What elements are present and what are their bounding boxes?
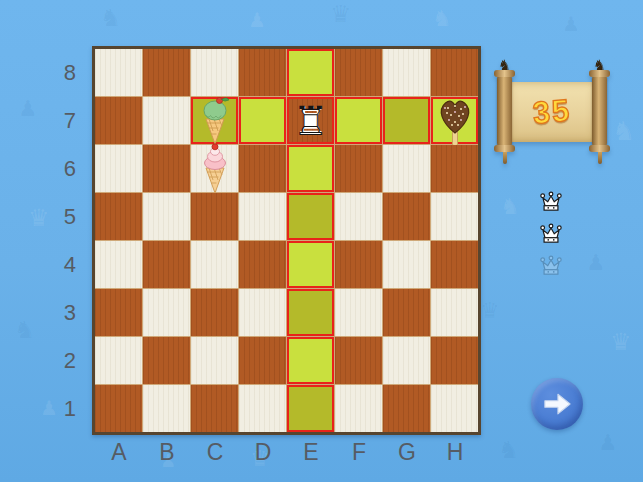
scroll-roller-right: ♞ xyxy=(592,74,607,148)
square-g1[interactable] xyxy=(383,385,430,432)
square-h7[interactable] xyxy=(431,97,478,144)
square-a5[interactable] xyxy=(95,193,142,240)
square-h1[interactable] xyxy=(431,385,478,432)
square-h4[interactable] xyxy=(431,241,478,288)
wallpaper-piece-icon: ♛ xyxy=(610,330,632,354)
file-label-a: A xyxy=(95,439,143,466)
file-label-c: C xyxy=(191,439,239,466)
score-value: 35 xyxy=(507,78,598,145)
file-labels: ABCDEFGH xyxy=(95,439,479,466)
square-c2[interactable] xyxy=(191,337,238,384)
square-f2[interactable] xyxy=(335,337,382,384)
square-e1[interactable] xyxy=(287,385,334,432)
square-c4[interactable] xyxy=(191,241,238,288)
rank-label-2: 2 xyxy=(46,337,80,385)
square-c3[interactable] xyxy=(191,289,238,336)
square-g8[interactable] xyxy=(383,49,430,96)
square-h3[interactable] xyxy=(431,289,478,336)
square-f3[interactable] xyxy=(335,289,382,336)
rank-label-6: 6 xyxy=(46,145,80,193)
square-g5[interactable] xyxy=(383,193,430,240)
square-a6[interactable] xyxy=(95,145,142,192)
square-a2[interactable] xyxy=(95,337,142,384)
square-e4[interactable] xyxy=(287,241,334,288)
rank-label-7: 7 xyxy=(46,97,80,145)
square-b6[interactable] xyxy=(143,145,190,192)
wallpaper-piece-icon: ♞ xyxy=(612,118,635,144)
crown-icon-3-pending xyxy=(537,250,565,282)
square-d4[interactable] xyxy=(239,241,286,288)
wallpaper-piece-icon: ♞ xyxy=(432,8,452,30)
rank-label-8: 8 xyxy=(46,49,80,97)
file-label-e: E xyxy=(287,439,335,466)
square-c8[interactable] xyxy=(191,49,238,96)
square-a3[interactable] xyxy=(95,289,142,336)
knight-finial-icon: ♞ xyxy=(498,57,511,73)
strawberry-ice-cream-icon xyxy=(191,145,238,192)
square-e5[interactable] xyxy=(287,193,334,240)
chess-board: ♜♖ xyxy=(95,49,478,432)
rank-label-5: 5 xyxy=(46,193,80,241)
square-e6[interactable] xyxy=(287,145,334,192)
file-label-b: B xyxy=(143,439,191,466)
wallpaper-piece-icon: ♟ xyxy=(562,14,580,34)
square-f4[interactable] xyxy=(335,241,382,288)
square-e3[interactable] xyxy=(287,289,334,336)
square-b1[interactable] xyxy=(143,385,190,432)
white-rook[interactable]: ♜♖ xyxy=(287,97,334,144)
square-f6[interactable] xyxy=(335,145,382,192)
square-d6[interactable] xyxy=(239,145,286,192)
crown-icon-2-earned xyxy=(537,218,565,250)
square-h8[interactable] xyxy=(431,49,478,96)
wallpaper-piece-icon: ♟ xyxy=(586,252,606,274)
wallpaper-piece-icon: ♛ xyxy=(330,2,352,26)
square-e7[interactable]: ♜♖ xyxy=(287,97,334,144)
wallpaper-piece-icon: ♞ xyxy=(498,438,520,462)
square-h5[interactable] xyxy=(431,193,478,240)
square-g3[interactable] xyxy=(383,289,430,336)
chocolate-heart-pop-icon xyxy=(431,97,478,144)
next-button[interactable] xyxy=(531,378,583,430)
square-b2[interactable] xyxy=(143,337,190,384)
arrow-right-icon xyxy=(541,390,573,418)
board-frame: ♜♖ xyxy=(92,46,481,435)
square-d8[interactable] xyxy=(239,49,286,96)
wallpaper-piece-icon: ♞ xyxy=(100,6,122,30)
square-a4[interactable] xyxy=(95,241,142,288)
score-scroll: 35 ♞ ♞ xyxy=(497,60,607,160)
rank-labels: 87654321 xyxy=(46,49,80,433)
square-c6[interactable] xyxy=(191,145,238,192)
rank-label-4: 4 xyxy=(46,241,80,289)
scroll-tail xyxy=(598,152,602,164)
square-a1[interactable] xyxy=(95,385,142,432)
wallpaper-piece-icon: ♛ xyxy=(480,300,500,322)
square-c5[interactable] xyxy=(191,193,238,240)
square-g7[interactable] xyxy=(383,97,430,144)
file-label-g: G xyxy=(383,439,431,466)
square-e2[interactable] xyxy=(287,337,334,384)
wallpaper-piece-icon: ♟ xyxy=(248,10,266,30)
square-d3[interactable] xyxy=(239,289,286,336)
square-g6[interactable] xyxy=(383,145,430,192)
square-a7[interactable] xyxy=(95,97,142,144)
scroll-tail xyxy=(503,152,507,164)
scroll-parchment: 35 xyxy=(509,82,595,142)
square-e8[interactable] xyxy=(287,49,334,96)
square-b7[interactable] xyxy=(143,97,190,144)
square-g2[interactable] xyxy=(383,337,430,384)
wallpaper-piece-icon: ♞ xyxy=(14,318,36,342)
square-f7[interactable] xyxy=(335,97,382,144)
square-f1[interactable] xyxy=(335,385,382,432)
wallpaper-piece-icon: ♞ xyxy=(500,196,520,218)
square-b8[interactable] xyxy=(143,49,190,96)
file-label-h: H xyxy=(431,439,479,466)
scroll-roller-left: ♞ xyxy=(497,74,512,148)
square-b3[interactable] xyxy=(143,289,190,336)
square-d1[interactable] xyxy=(239,385,286,432)
square-d2[interactable] xyxy=(239,337,286,384)
wallpaper-piece-icon: ♟ xyxy=(598,432,618,454)
square-c1[interactable] xyxy=(191,385,238,432)
mint-ice-cream-icon xyxy=(191,97,238,144)
rank-label-1: 1 xyxy=(46,385,80,433)
square-b4[interactable] xyxy=(143,241,190,288)
rank-label-3: 3 xyxy=(46,289,80,337)
square-a8[interactable] xyxy=(95,49,142,96)
square-b5[interactable] xyxy=(143,193,190,240)
crown-icon-1-earned xyxy=(537,186,565,218)
square-f8[interactable] xyxy=(335,49,382,96)
crowns-progress xyxy=(537,186,565,282)
square-c7[interactable] xyxy=(191,97,238,144)
square-g4[interactable] xyxy=(383,241,430,288)
file-label-d: D xyxy=(239,439,287,466)
square-f5[interactable] xyxy=(335,193,382,240)
square-h2[interactable] xyxy=(431,337,478,384)
knight-finial-icon: ♞ xyxy=(593,57,606,73)
wallpaper-piece-icon: ♟ xyxy=(18,98,38,120)
file-label-f: F xyxy=(335,439,383,466)
square-d7[interactable] xyxy=(239,97,286,144)
square-d5[interactable] xyxy=(239,193,286,240)
square-h6[interactable] xyxy=(431,145,478,192)
